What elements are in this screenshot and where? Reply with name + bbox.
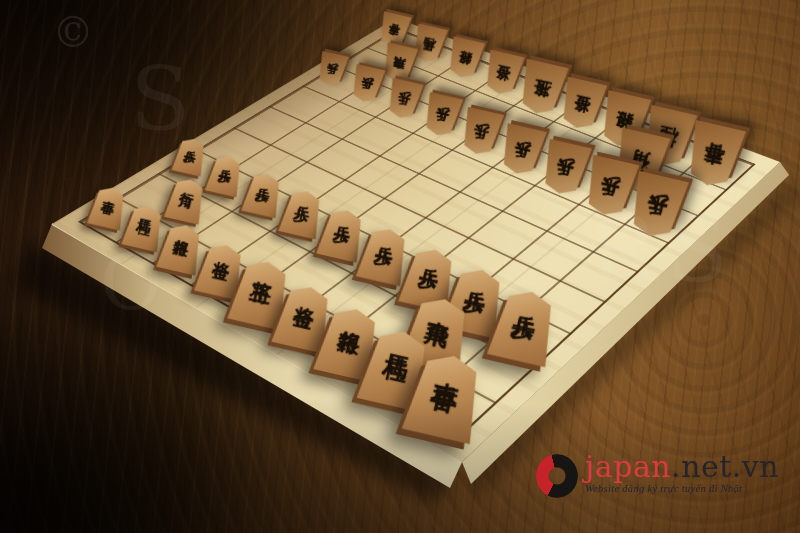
piece-kanji: 歩兵: [260, 176, 273, 179]
piece-kanji: 香車: [698, 177, 717, 181]
logo-tagline: Website đăng ký trực tuyến đi Nhật: [585, 483, 779, 494]
piece-top-face: 香車: [87, 184, 129, 230]
piece-kanji: 歩兵: [394, 113, 406, 116]
piece-top-face: 歩兵: [348, 64, 385, 105]
piece-kanji: 歩兵: [425, 253, 444, 257]
piece-top-face: 歩兵: [314, 50, 348, 88]
piece-kanji: 金将: [217, 248, 233, 252]
piece-gote-pawn[interactable]: 歩兵: [498, 122, 548, 177]
piece-top-face: 銀将: [445, 36, 486, 81]
piece-top-face: 桂馬: [121, 202, 167, 253]
piece-top-face: 歩兵: [498, 122, 548, 177]
piece-top-face: 歩兵: [278, 187, 326, 240]
logo-ring-icon: [536, 454, 578, 498]
piece-sente-pawn[interactable]: 歩兵: [171, 136, 208, 177]
site-logo: japan.net.vn Website đăng ký trực tuyến …: [536, 452, 779, 498]
piece-kanji: 金将: [300, 290, 320, 295]
piece-kanji: 香車: [440, 361, 466, 367]
piece-top-face: 歩兵: [420, 92, 463, 139]
piece-kanji: 角行: [183, 182, 196, 185]
piece-gote-gold[interactable]: 金将: [481, 49, 525, 97]
logo-brand: japan: [585, 449, 671, 484]
piece-kanji: 香車: [105, 190, 118, 193]
piece-sente-lance[interactable]: 香車: [87, 184, 129, 230]
piece-kanji: 歩兵: [432, 130, 445, 133]
piece-sente-pawn[interactable]: 歩兵: [278, 187, 326, 240]
piece-kanji: 飛車: [432, 303, 455, 308]
piece-sente-pawn[interactable]: 歩兵: [205, 153, 245, 198]
piece-kanji: 歩兵: [358, 97, 369, 100]
piece-kanji: 歩兵: [339, 213, 355, 217]
piece-top-face: 角行: [163, 176, 207, 225]
piece-gote-silver[interactable]: 銀将: [445, 36, 486, 81]
piece-kanji: 歩兵: [552, 186, 568, 190]
piece-gote-pawn[interactable]: 歩兵: [348, 64, 385, 105]
piece-gote-pawn[interactable]: 歩兵: [384, 78, 424, 122]
piece-kanji: 歩兵: [511, 167, 526, 170]
piece-kanji: 歩兵: [298, 194, 312, 197]
piece-top-face: 歩兵: [384, 78, 424, 122]
piece-sente-pawn[interactable]: 歩兵: [241, 170, 285, 219]
piece-kanji: 歩兵: [381, 232, 398, 236]
piece-kanji: 歩兵: [596, 207, 614, 211]
piece-kanji: 歩兵: [187, 142, 198, 145]
piece-kanji: 歩兵: [470, 148, 484, 151]
piece-kanji: 金将: [492, 88, 505, 91]
piece-gote-pawn[interactable]: 歩兵: [458, 107, 504, 158]
piece-kanji: 王将: [257, 265, 278, 270]
piece-sente-knight[interactable]: 桂馬: [121, 202, 167, 253]
piece-kanji: 銀将: [455, 72, 467, 75]
piece-kanji: 金将: [570, 121, 585, 125]
piece-kanji: 桂馬: [420, 57, 431, 60]
piece-gote-pawn[interactable]: 歩兵: [314, 50, 348, 88]
logo-text: japan.net.vn Website đăng ký trực tuyến …: [585, 452, 779, 494]
piece-kanji: 銀将: [344, 313, 366, 318]
piece-top-face: 歩兵: [205, 153, 245, 198]
piece-kanji: 歩兵: [223, 158, 235, 161]
piece-sente-bishop[interactable]: 角行: [163, 176, 207, 225]
piece-kanji: 桂馬: [391, 336, 415, 342]
piece-gote-pawn[interactable]: 歩兵: [420, 92, 463, 139]
piece-kanji: 歩兵: [519, 296, 542, 301]
logo-domain-line: japan.net.vn: [585, 452, 779, 482]
piece-top-face: 金将: [481, 49, 525, 97]
logo-tld: .net.vn: [671, 449, 779, 484]
piece-kanji: 玉将: [529, 107, 545, 111]
piece-kanji: 歩兵: [323, 81, 333, 83]
piece-kanji: 銀将: [178, 228, 193, 231]
piece-kanji: 歩兵: [641, 228, 660, 232]
piece-kanji: 桂馬: [141, 209, 155, 212]
photo-scene: 香車桂馬銀将金将玉将金将銀将桂馬香車飛車角行歩兵歩兵歩兵歩兵歩兵歩兵歩兵歩兵歩兵…: [0, 0, 800, 533]
piece-kanji: 歩兵: [471, 274, 492, 279]
piece-top-face: 歩兵: [458, 107, 504, 158]
